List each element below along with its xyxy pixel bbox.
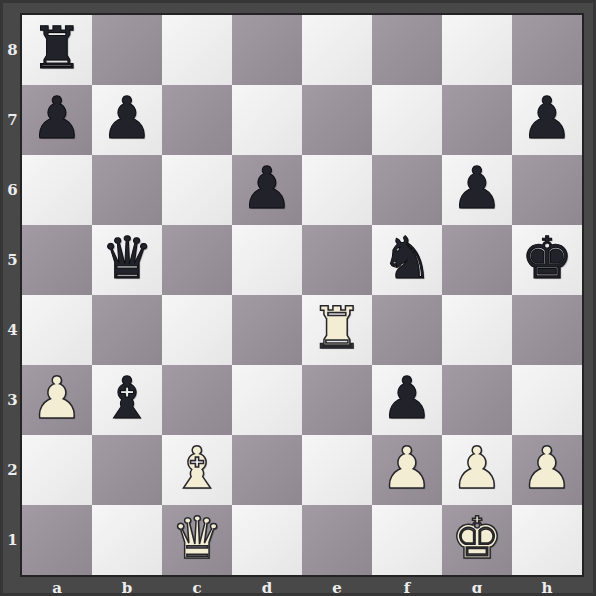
square-e6[interactable]	[302, 155, 372, 225]
board-frame: ♜♟♟♟♟♟♛♞♚♜♟♝♟♝♟♟♟♛♚ 87654321 abcdefgh	[0, 0, 596, 596]
square-a8[interactable]: ♜	[22, 15, 92, 85]
square-d3[interactable]	[232, 365, 302, 435]
piece-black-pawn[interactable]: ♟	[31, 89, 83, 147]
square-b8[interactable]	[92, 15, 162, 85]
square-a4[interactable]	[22, 295, 92, 365]
square-f1[interactable]	[372, 505, 442, 575]
square-d2[interactable]	[232, 435, 302, 505]
piece-white-pawn[interactable]: ♟	[381, 439, 433, 497]
piece-black-pawn[interactable]: ♟	[381, 369, 433, 427]
piece-white-king[interactable]: ♚	[451, 509, 503, 567]
square-c8[interactable]	[162, 15, 232, 85]
square-f8[interactable]	[372, 15, 442, 85]
square-c2[interactable]: ♝	[162, 435, 232, 505]
square-g4[interactable]	[442, 295, 512, 365]
square-g3[interactable]	[442, 365, 512, 435]
square-g6[interactable]: ♟	[442, 155, 512, 225]
square-h7[interactable]: ♟	[512, 85, 582, 155]
rank-label-7: 7	[3, 85, 22, 155]
square-e1[interactable]	[302, 505, 372, 575]
square-g2[interactable]: ♟	[442, 435, 512, 505]
square-g8[interactable]	[442, 15, 512, 85]
square-c7[interactable]	[162, 85, 232, 155]
square-b1[interactable]	[92, 505, 162, 575]
square-f7[interactable]	[372, 85, 442, 155]
square-e5[interactable]	[302, 225, 372, 295]
square-e3[interactable]	[302, 365, 372, 435]
square-h6[interactable]	[512, 155, 582, 225]
square-b3[interactable]: ♝	[92, 365, 162, 435]
piece-black-pawn[interactable]: ♟	[241, 159, 293, 217]
rank-label-5: 5	[3, 225, 22, 295]
square-b4[interactable]	[92, 295, 162, 365]
square-b7[interactable]: ♟	[92, 85, 162, 155]
piece-black-king[interactable]: ♚	[521, 229, 573, 287]
square-d8[interactable]	[232, 15, 302, 85]
piece-black-queen[interactable]: ♛	[101, 229, 153, 287]
file-label-d: d	[232, 577, 302, 596]
piece-black-pawn[interactable]: ♟	[451, 159, 503, 217]
square-a6[interactable]	[22, 155, 92, 225]
file-label-b: b	[92, 577, 162, 596]
piece-black-knight[interactable]: ♞	[381, 229, 433, 287]
file-label-g: g	[442, 577, 512, 596]
square-h1[interactable]	[512, 505, 582, 575]
square-g5[interactable]	[442, 225, 512, 295]
square-e4[interactable]: ♜	[302, 295, 372, 365]
chess-board: ♜♟♟♟♟♟♛♞♚♜♟♝♟♝♟♟♟♛♚	[22, 15, 582, 575]
piece-black-pawn[interactable]: ♟	[521, 89, 573, 147]
rank-label-6: 6	[3, 155, 22, 225]
square-b6[interactable]	[92, 155, 162, 225]
piece-white-queen[interactable]: ♛	[171, 509, 223, 567]
square-d1[interactable]	[232, 505, 302, 575]
square-c1[interactable]: ♛	[162, 505, 232, 575]
square-f5[interactable]: ♞	[372, 225, 442, 295]
square-e7[interactable]	[302, 85, 372, 155]
rank-label-1: 1	[3, 505, 22, 575]
square-c4[interactable]	[162, 295, 232, 365]
square-b2[interactable]	[92, 435, 162, 505]
rank-label-2: 2	[3, 435, 22, 505]
rank-label-8: 8	[3, 15, 22, 85]
file-label-h: h	[512, 577, 582, 596]
square-h5[interactable]: ♚	[512, 225, 582, 295]
square-f3[interactable]: ♟	[372, 365, 442, 435]
square-c6[interactable]	[162, 155, 232, 225]
piece-white-pawn[interactable]: ♟	[451, 439, 503, 497]
square-b5[interactable]: ♛	[92, 225, 162, 295]
rank-label-4: 4	[3, 295, 22, 365]
square-a7[interactable]: ♟	[22, 85, 92, 155]
square-a3[interactable]: ♟	[22, 365, 92, 435]
square-a2[interactable]	[22, 435, 92, 505]
square-e2[interactable]	[302, 435, 372, 505]
square-h2[interactable]: ♟	[512, 435, 582, 505]
square-f6[interactable]	[372, 155, 442, 225]
square-e8[interactable]	[302, 15, 372, 85]
square-d4[interactable]	[232, 295, 302, 365]
file-label-f: f	[372, 577, 442, 596]
square-h4[interactable]	[512, 295, 582, 365]
piece-black-bishop[interactable]: ♝	[101, 369, 153, 427]
square-g1[interactable]: ♚	[442, 505, 512, 575]
piece-white-rook[interactable]: ♜	[311, 299, 363, 357]
square-d6[interactable]: ♟	[232, 155, 302, 225]
square-f4[interactable]	[372, 295, 442, 365]
square-h3[interactable]	[512, 365, 582, 435]
piece-white-pawn[interactable]: ♟	[31, 369, 83, 427]
file-label-c: c	[162, 577, 232, 596]
file-label-a: a	[22, 577, 92, 596]
piece-white-pawn[interactable]: ♟	[521, 439, 573, 497]
square-d7[interactable]	[232, 85, 302, 155]
square-f2[interactable]: ♟	[372, 435, 442, 505]
piece-black-pawn[interactable]: ♟	[101, 89, 153, 147]
square-c3[interactable]	[162, 365, 232, 435]
square-a1[interactable]	[22, 505, 92, 575]
square-a5[interactable]	[22, 225, 92, 295]
piece-white-bishop[interactable]: ♝	[171, 439, 223, 497]
square-c5[interactable]	[162, 225, 232, 295]
rank-label-3: 3	[3, 365, 22, 435]
square-d5[interactable]	[232, 225, 302, 295]
file-label-e: e	[302, 577, 372, 596]
square-h8[interactable]	[512, 15, 582, 85]
square-g7[interactable]	[442, 85, 512, 155]
piece-black-rook[interactable]: ♜	[31, 19, 83, 77]
